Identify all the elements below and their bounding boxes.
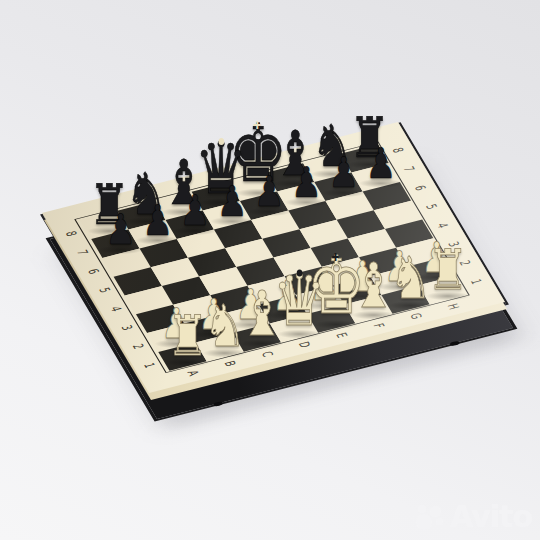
avito-watermark: Avito — [415, 499, 532, 534]
finial-cross: ✚ — [253, 121, 261, 132]
piece-white-r-a1: ♜ — [158, 302, 215, 364]
chess-set-photo: 8877665544332211ABCDEFGH ♜♞♝♛♚✚♝♞♜♟♟♟♟♟♟… — [0, 0, 540, 540]
watermark-text: Avito — [450, 499, 532, 534]
finial-dot — [218, 138, 224, 145]
finial-dot — [296, 269, 302, 276]
piece-black-p-a7: ♟ — [91, 203, 148, 251]
finial-cross: ✚ — [331, 253, 339, 264]
avito-logo-icon — [415, 503, 445, 531]
